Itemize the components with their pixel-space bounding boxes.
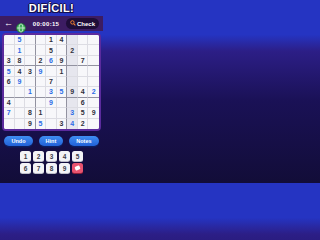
cell-r9c4[interactable]: 5: [36, 119, 47, 129]
cell-r8c1[interactable]: 7: [4, 108, 15, 118]
cell-r5c9[interactable]: [88, 77, 99, 87]
cell-r4c8[interactable]: [78, 66, 89, 76]
cell-r3c8[interactable]: 7: [78, 56, 89, 66]
cell-r7c3[interactable]: [25, 98, 36, 108]
cell-r7c6[interactable]: [57, 98, 68, 108]
cell-r6c1[interactable]: [4, 87, 15, 97]
cell-r2c8[interactable]: [78, 45, 89, 55]
action-bar: Undo Hint Notes: [0, 136, 103, 146]
undo-button[interactable]: Undo: [4, 136, 32, 146]
cell-r9c7[interactable]: 4: [67, 119, 78, 129]
cell-r4c4[interactable]: 9: [36, 66, 47, 76]
cell-r6c7[interactable]: 9: [67, 87, 78, 97]
cell-r2c9[interactable]: [88, 45, 99, 55]
cell-r9c6[interactable]: 3: [57, 119, 68, 129]
globe-icon[interactable]: [16, 19, 26, 29]
hint-button[interactable]: Hint: [39, 136, 64, 146]
cell-r7c1[interactable]: 4: [4, 98, 15, 108]
cell-r2c3[interactable]: [25, 45, 36, 55]
numpad-key-6[interactable]: 6: [20, 163, 31, 173]
eraser-icon: [74, 165, 80, 170]
cell-r9c3[interactable]: 9: [25, 119, 36, 129]
numpad-key-8[interactable]: 8: [46, 163, 57, 173]
cell-r5c5[interactable]: 7: [46, 77, 57, 87]
cell-r8c8[interactable]: 5: [78, 108, 89, 118]
cell-r4c2[interactable]: 4: [15, 66, 26, 76]
numpad-key-5[interactable]: 5: [72, 151, 83, 161]
cell-r8c4[interactable]: 1: [36, 108, 47, 118]
cell-r5c3[interactable]: [25, 77, 36, 87]
cell-r8c5[interactable]: [46, 108, 57, 118]
cell-r9c8[interactable]: 2: [78, 119, 89, 129]
cell-r2c5[interactable]: 5: [46, 45, 57, 55]
timer: 00:00:15: [26, 21, 66, 27]
numpad: 1 2 3 4 5 6 7 8 9: [0, 151, 103, 173]
back-button[interactable]: ←: [4, 19, 13, 28]
cell-r6c3[interactable]: 1: [25, 87, 36, 97]
cell-r2c6[interactable]: [57, 45, 68, 55]
cell-r3c2[interactable]: 8: [15, 56, 26, 66]
cell-r3c5[interactable]: 6: [46, 56, 57, 66]
cell-r7c7[interactable]: [67, 98, 78, 108]
cell-r7c5[interactable]: 9: [46, 98, 57, 108]
cell-r8c3[interactable]: 8: [25, 108, 36, 118]
cell-r5c2[interactable]: 9: [15, 77, 26, 87]
cell-r3c1[interactable]: 3: [4, 56, 15, 66]
cell-r6c8[interactable]: 4: [78, 87, 89, 97]
cell-r1c5[interactable]: 1: [46, 35, 57, 45]
cell-r1c1[interactable]: [4, 35, 15, 45]
cell-r1c8[interactable]: [78, 35, 89, 45]
page-title: DIFÍCIL!: [0, 2, 103, 14]
cell-r8c7[interactable]: 3: [67, 108, 78, 118]
cell-r3c7[interactable]: [67, 56, 78, 66]
cell-r4c3[interactable]: 3: [25, 66, 36, 76]
cell-r3c3[interactable]: [25, 56, 36, 66]
check-label: Check: [77, 21, 95, 27]
sudoku-app: DIFÍCIL! ← 00:00:15 Check 51415238269754…: [0, 2, 103, 183]
cell-r3c4[interactable]: 2: [36, 56, 47, 66]
cell-r1c9[interactable]: [88, 35, 99, 45]
cell-r8c6[interactable]: [57, 108, 68, 118]
cell-r6c9[interactable]: 2: [88, 87, 99, 97]
cell-r1c2[interactable]: 5: [15, 35, 26, 45]
cell-r7c2[interactable]: [15, 98, 26, 108]
cell-r9c9[interactable]: [88, 119, 99, 129]
cell-r1c7[interactable]: [67, 35, 78, 45]
cell-r4c6[interactable]: 1: [57, 66, 68, 76]
notes-button[interactable]: Notes: [69, 136, 98, 146]
cell-r4c1[interactable]: 5: [4, 66, 15, 76]
cell-r5c4[interactable]: [36, 77, 47, 87]
cell-r5c6[interactable]: [57, 77, 68, 87]
sudoku-grid: 5141523826975439169713594249678135995342: [4, 35, 99, 129]
cell-r2c1[interactable]: [4, 45, 15, 55]
toolbar: ← 00:00:15 Check: [0, 16, 103, 31]
cell-r6c2[interactable]: [15, 87, 26, 97]
cell-r6c4[interactable]: [36, 87, 47, 97]
cell-r7c9[interactable]: [88, 98, 99, 108]
cell-r1c3[interactable]: [25, 35, 36, 45]
magnifier-icon: [70, 20, 76, 27]
numpad-key-3[interactable]: 3: [46, 151, 57, 161]
cell-r5c7[interactable]: [67, 77, 78, 87]
cell-r2c4[interactable]: [36, 45, 47, 55]
cell-r4c9[interactable]: [88, 66, 99, 76]
cell-r1c6[interactable]: 4: [57, 35, 68, 45]
cell-r7c8[interactable]: 6: [78, 98, 89, 108]
cell-r6c5[interactable]: 3: [46, 87, 57, 97]
cell-r5c1[interactable]: 6: [4, 77, 15, 87]
delete-key[interactable]: [72, 163, 83, 173]
cell-r3c9[interactable]: [88, 56, 99, 66]
cell-r9c1[interactable]: [4, 119, 15, 129]
cell-r8c9[interactable]: 9: [88, 108, 99, 118]
cell-r9c5[interactable]: [46, 119, 57, 129]
cell-r3c6[interactable]: 9: [57, 56, 68, 66]
numpad-key-2[interactable]: 2: [33, 151, 44, 161]
cell-r7c4[interactable]: [36, 98, 47, 108]
cell-r2c7[interactable]: 2: [67, 45, 78, 55]
cell-r4c5[interactable]: [46, 66, 57, 76]
cell-r6c6[interactable]: 5: [57, 87, 68, 97]
numpad-key-1[interactable]: 1: [20, 151, 31, 161]
numpad-key-7[interactable]: 7: [33, 163, 44, 173]
numpad-key-4[interactable]: 4: [59, 151, 70, 161]
check-button[interactable]: Check: [66, 18, 99, 29]
cell-r8c2[interactable]: [15, 108, 26, 118]
cell-r2c2[interactable]: 1: [15, 45, 26, 55]
cell-r1c4[interactable]: [36, 35, 47, 45]
cell-r4c7[interactable]: [67, 66, 78, 76]
numpad-key-9[interactable]: 9: [59, 163, 70, 173]
sudoku-board: 5141523826975439169713594249678135995342: [2, 33, 101, 131]
cell-r5c8[interactable]: [78, 77, 89, 87]
cell-r9c2[interactable]: [15, 119, 26, 129]
